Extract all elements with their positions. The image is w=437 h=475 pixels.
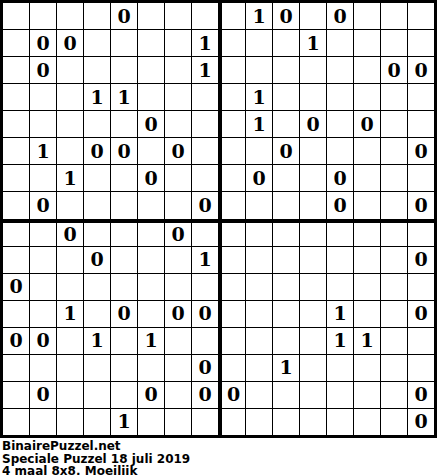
empty-cell-r2c5[interactable] — [138, 57, 164, 83]
empty-cell-r15c14[interactable] — [381, 409, 407, 435]
empty-cell-r7c4[interactable] — [111, 192, 137, 218]
given-cell-r2c1: 0 — [30, 57, 56, 83]
empty-cell-r6c3[interactable] — [84, 165, 110, 191]
empty-cell-r4c15[interactable] — [408, 111, 434, 137]
given-cell-r15c4: 1 — [111, 409, 137, 435]
given-cell-r11c15: 0 — [408, 301, 434, 327]
empty-cell-r10c1[interactable] — [30, 274, 56, 300]
empty-cell-r12c2[interactable] — [57, 328, 83, 354]
empty-cell-r12c11[interactable] — [300, 328, 326, 354]
empty-cell-r5c2[interactable] — [57, 138, 83, 164]
empty-cell-r11c11[interactable] — [300, 301, 326, 327]
empty-cell-r7c10[interactable] — [273, 192, 299, 218]
empty-cell-r2c10[interactable] — [273, 57, 299, 83]
empty-cell-r11c9[interactable] — [246, 301, 272, 327]
empty-cell-r7c5[interactable] — [138, 192, 164, 218]
empty-cell-r11c0[interactable] — [3, 301, 29, 327]
given-cell-r0c4: 0 — [111, 3, 137, 29]
empty-cell-r10c6[interactable] — [165, 274, 191, 300]
empty-cell-r9c13[interactable] — [354, 247, 380, 273]
empty-cell-r1c9[interactable] — [246, 30, 272, 56]
empty-cell-r0c3[interactable] — [84, 3, 110, 29]
empty-cell-r10c5[interactable] — [138, 274, 164, 300]
empty-cell-r2c2[interactable] — [57, 57, 83, 83]
empty-cell-r10c14[interactable] — [381, 274, 407, 300]
empty-cell-r12c15[interactable] — [408, 328, 434, 354]
empty-cell-r8c11[interactable] — [300, 220, 326, 246]
empty-cell-r4c7[interactable] — [192, 111, 218, 137]
empty-cell-r3c12[interactable] — [327, 84, 353, 110]
empty-cell-r12c9[interactable] — [246, 328, 272, 354]
puzzle-board: 0100001101001110100100000100000000001001… — [0, 0, 437, 438]
given-cell-r6c9: 0 — [246, 165, 272, 191]
empty-cell-r10c12[interactable] — [327, 274, 353, 300]
empty-cell-r5c13[interactable] — [354, 138, 380, 164]
empty-cell-r14c11[interactable] — [300, 382, 326, 408]
given-cell-r15c15: 0 — [408, 409, 434, 435]
empty-cell-r11c13[interactable] — [354, 301, 380, 327]
empty-cell-r2c11[interactable] — [300, 57, 326, 83]
given-cell-r1c2: 0 — [57, 30, 83, 56]
empty-cell-r1c14[interactable] — [381, 30, 407, 56]
empty-cell-r4c14[interactable] — [381, 111, 407, 137]
empty-cell-r0c11[interactable] — [300, 3, 326, 29]
empty-cell-r9c11[interactable] — [300, 247, 326, 273]
given-cell-r11c4: 0 — [111, 301, 137, 327]
empty-cell-r11c8[interactable] — [219, 301, 245, 327]
empty-cell-r5c12[interactable] — [327, 138, 353, 164]
empty-cell-r14c3[interactable] — [84, 382, 110, 408]
empty-cell-r11c3[interactable] — [84, 301, 110, 327]
empty-cell-r13c15[interactable] — [408, 355, 434, 381]
empty-cell-r13c11[interactable] — [300, 355, 326, 381]
given-cell-r2c14: 0 — [381, 57, 407, 83]
empty-cell-r6c7[interactable] — [192, 165, 218, 191]
empty-cell-r15c2[interactable] — [57, 409, 83, 435]
empty-cell-r13c1[interactable] — [30, 355, 56, 381]
empty-cell-r8c10[interactable] — [273, 220, 299, 246]
empty-cell-r9c8[interactable] — [219, 247, 245, 273]
empty-cell-r14c4[interactable] — [111, 382, 137, 408]
empty-cell-r0c15[interactable] — [408, 3, 434, 29]
empty-cell-r13c13[interactable] — [354, 355, 380, 381]
given-cell-r1c7: 1 — [192, 30, 218, 56]
empty-cell-r10c13[interactable] — [354, 274, 380, 300]
empty-cell-r3c15[interactable] — [408, 84, 434, 110]
given-cell-r9c3: 0 — [84, 247, 110, 273]
empty-cell-r9c4[interactable] — [111, 247, 137, 273]
given-cell-r11c2: 1 — [57, 301, 83, 327]
empty-cell-r6c1[interactable] — [30, 165, 56, 191]
empty-cell-r1c3[interactable] — [84, 30, 110, 56]
empty-cell-r6c15[interactable] — [408, 165, 434, 191]
given-cell-r13c7: 0 — [192, 355, 218, 381]
empty-cell-r9c10[interactable] — [273, 247, 299, 273]
empty-cell-r9c5[interactable] — [138, 247, 164, 273]
empty-cell-r3c2[interactable] — [57, 84, 83, 110]
empty-cell-r15c0[interactable] — [3, 409, 29, 435]
given-cell-r6c12: 0 — [327, 165, 353, 191]
given-cell-r12c13: 1 — [354, 328, 380, 354]
given-cell-r0c12: 0 — [327, 3, 353, 29]
site-name: BinairePuzzel.net — [2, 440, 437, 453]
given-cell-r11c6: 0 — [165, 301, 191, 327]
empty-cell-r1c5[interactable] — [138, 30, 164, 56]
empty-cell-r3c0[interactable] — [3, 84, 29, 110]
empty-cell-r14c0[interactable] — [3, 382, 29, 408]
given-cell-r5c10: 0 — [273, 138, 299, 164]
empty-cell-r13c8[interactable] — [219, 355, 245, 381]
empty-cell-r2c6[interactable] — [165, 57, 191, 83]
empty-cell-r15c12[interactable] — [327, 409, 353, 435]
given-cell-r8c2: 0 — [57, 220, 83, 246]
empty-cell-r14c9[interactable] — [246, 382, 272, 408]
empty-cell-r0c8[interactable] — [219, 3, 245, 29]
empty-cell-r13c5[interactable] — [138, 355, 164, 381]
given-cell-r5c4: 0 — [111, 138, 137, 164]
empty-cell-r12c6[interactable] — [165, 328, 191, 354]
given-cell-r10c0: 0 — [3, 274, 29, 300]
empty-cell-r10c8[interactable] — [219, 274, 245, 300]
empty-cell-r8c8[interactable] — [219, 220, 245, 246]
empty-cell-r0c13[interactable] — [354, 3, 380, 29]
given-cell-r9c7: 1 — [192, 247, 218, 273]
given-cell-r4c5: 0 — [138, 111, 164, 137]
empty-cell-r15c1[interactable] — [30, 409, 56, 435]
empty-cell-r6c14[interactable] — [381, 165, 407, 191]
empty-cell-r12c8[interactable] — [219, 328, 245, 354]
empty-cell-r1c15[interactable] — [408, 30, 434, 56]
footer: BinairePuzzel.net Speciale Puzzel 18 jul… — [2, 440, 437, 475]
empty-cell-r5c11[interactable] — [300, 138, 326, 164]
empty-cell-r7c14[interactable] — [381, 192, 407, 218]
empty-cell-r0c5[interactable] — [138, 3, 164, 29]
given-cell-r4c9: 1 — [246, 111, 272, 137]
empty-cell-r3c1[interactable] — [30, 84, 56, 110]
empty-cell-r6c4[interactable] — [111, 165, 137, 191]
empty-cell-r5c14[interactable] — [381, 138, 407, 164]
empty-cell-r9c12[interactable] — [327, 247, 353, 273]
empty-cell-r14c6[interactable] — [165, 382, 191, 408]
empty-cell-r10c7[interactable] — [192, 274, 218, 300]
empty-cell-r4c6[interactable] — [165, 111, 191, 137]
given-cell-r1c11: 1 — [300, 30, 326, 56]
empty-cell-r10c11[interactable] — [300, 274, 326, 300]
empty-cell-r6c6[interactable] — [165, 165, 191, 191]
given-cell-r5c1: 1 — [30, 138, 56, 164]
given-cell-r5c15: 0 — [408, 138, 434, 164]
given-cell-r9c15: 0 — [408, 247, 434, 273]
empty-cell-r4c8[interactable] — [219, 111, 245, 137]
given-cell-r14c1: 0 — [30, 382, 56, 408]
empty-cell-r2c9[interactable] — [246, 57, 272, 83]
given-cell-r14c7: 0 — [192, 382, 218, 408]
empty-cell-r5c5[interactable] — [138, 138, 164, 164]
empty-cell-r8c5[interactable] — [138, 220, 164, 246]
puzzle-spec: 4 maal 8x8, Moeilijk — [2, 465, 437, 475]
empty-cell-r0c1[interactable] — [30, 3, 56, 29]
empty-cell-r9c6[interactable] — [165, 247, 191, 273]
given-cell-r3c3: 1 — [84, 84, 110, 110]
empty-cell-r1c10[interactable] — [273, 30, 299, 56]
empty-cell-r2c13[interactable] — [354, 57, 380, 83]
empty-cell-r15c9[interactable] — [246, 409, 272, 435]
given-cell-r3c4: 1 — [111, 84, 137, 110]
empty-cell-r2c3[interactable] — [84, 57, 110, 83]
empty-cell-r5c8[interactable] — [219, 138, 245, 164]
empty-cell-r1c6[interactable] — [165, 30, 191, 56]
empty-cell-r4c4[interactable] — [111, 111, 137, 137]
empty-cell-r0c14[interactable] — [381, 3, 407, 29]
page: 0100001101001110100100000100000000001001… — [0, 0, 437, 475]
empty-cell-r2c0[interactable] — [3, 57, 29, 83]
given-cell-r5c3: 0 — [84, 138, 110, 164]
given-cell-r7c7: 0 — [192, 192, 218, 218]
empty-cell-r9c14[interactable] — [381, 247, 407, 273]
given-cell-r2c15: 0 — [408, 57, 434, 83]
empty-cell-r0c0[interactable] — [3, 3, 29, 29]
given-cell-r6c2: 1 — [57, 165, 83, 191]
empty-cell-r1c12[interactable] — [327, 30, 353, 56]
empty-cell-r12c10[interactable] — [273, 328, 299, 354]
empty-cell-r14c2[interactable] — [57, 382, 83, 408]
empty-cell-r13c12[interactable] — [327, 355, 353, 381]
empty-cell-r8c4[interactable] — [111, 220, 137, 246]
given-cell-r12c12: 1 — [327, 328, 353, 354]
empty-cell-r6c11[interactable] — [300, 165, 326, 191]
empty-cell-r3c13[interactable] — [354, 84, 380, 110]
empty-cell-r4c10[interactable] — [273, 111, 299, 137]
empty-cell-r7c13[interactable] — [354, 192, 380, 218]
empty-cell-r15c8[interactable] — [219, 409, 245, 435]
given-cell-r0c10: 0 — [273, 3, 299, 29]
empty-cell-r5c7[interactable] — [192, 138, 218, 164]
empty-cell-r10c10[interactable] — [273, 274, 299, 300]
empty-cell-r15c3[interactable] — [84, 409, 110, 435]
empty-cell-r3c11[interactable] — [300, 84, 326, 110]
empty-cell-r3c5[interactable] — [138, 84, 164, 110]
given-cell-r1c1: 0 — [30, 30, 56, 56]
empty-cell-r8c9[interactable] — [246, 220, 272, 246]
empty-cell-r10c9[interactable] — [246, 274, 272, 300]
empty-cell-r6c0[interactable] — [3, 165, 29, 191]
empty-cell-r13c2[interactable] — [57, 355, 83, 381]
empty-cell-r7c2[interactable] — [57, 192, 83, 218]
empty-cell-r14c10[interactable] — [273, 382, 299, 408]
empty-cell-r4c3[interactable] — [84, 111, 110, 137]
empty-cell-r8c12[interactable] — [327, 220, 353, 246]
empty-cell-r11c5[interactable] — [138, 301, 164, 327]
empty-cell-r2c4[interactable] — [111, 57, 137, 83]
empty-cell-r8c0[interactable] — [3, 220, 29, 246]
empty-cell-r8c15[interactable] — [408, 220, 434, 246]
empty-cell-r7c0[interactable] — [3, 192, 29, 218]
empty-cell-r15c13[interactable] — [354, 409, 380, 435]
empty-cell-r1c0[interactable] — [3, 30, 29, 56]
empty-cell-r8c3[interactable] — [84, 220, 110, 246]
given-cell-r4c13: 0 — [354, 111, 380, 137]
empty-cell-r12c7[interactable] — [192, 328, 218, 354]
empty-cell-r15c7[interactable] — [192, 409, 218, 435]
empty-cell-r1c8[interactable] — [219, 30, 245, 56]
given-cell-r7c12: 0 — [327, 192, 353, 218]
empty-cell-r15c6[interactable] — [165, 409, 191, 435]
empty-cell-r14c14[interactable] — [381, 382, 407, 408]
empty-cell-r15c5[interactable] — [138, 409, 164, 435]
empty-cell-r0c7[interactable] — [192, 3, 218, 29]
empty-cell-r5c9[interactable] — [246, 138, 272, 164]
given-cell-r12c0: 0 — [3, 328, 29, 354]
empty-cell-r3c10[interactable] — [273, 84, 299, 110]
empty-cell-r13c9[interactable] — [246, 355, 272, 381]
empty-cell-r12c4[interactable] — [111, 328, 137, 354]
empty-cell-r0c2[interactable] — [57, 3, 83, 29]
given-cell-r5c6: 0 — [165, 138, 191, 164]
empty-cell-r4c0[interactable] — [3, 111, 29, 137]
given-cell-r11c7: 0 — [192, 301, 218, 327]
given-cell-r7c15: 0 — [408, 192, 434, 218]
empty-cell-r2c8[interactable] — [219, 57, 245, 83]
empty-cell-r7c9[interactable] — [246, 192, 272, 218]
empty-cell-r8c7[interactable] — [192, 220, 218, 246]
empty-cell-r6c13[interactable] — [354, 165, 380, 191]
empty-cell-r13c6[interactable] — [165, 355, 191, 381]
empty-cell-r10c3[interactable] — [84, 274, 110, 300]
empty-cell-r7c11[interactable] — [300, 192, 326, 218]
empty-cell-r9c0[interactable] — [3, 247, 29, 273]
empty-cell-r2c12[interactable] — [327, 57, 353, 83]
empty-cell-r5c0[interactable] — [3, 138, 29, 164]
empty-cell-r13c14[interactable] — [381, 355, 407, 381]
empty-cell-r4c12[interactable] — [327, 111, 353, 137]
empty-cell-r4c1[interactable] — [30, 111, 56, 137]
empty-cell-r9c1[interactable] — [30, 247, 56, 273]
empty-cell-r15c10[interactable] — [273, 409, 299, 435]
empty-cell-r1c13[interactable] — [354, 30, 380, 56]
given-cell-r6c5: 0 — [138, 165, 164, 191]
empty-cell-r9c2[interactable] — [57, 247, 83, 273]
empty-cell-r13c4[interactable] — [111, 355, 137, 381]
given-cell-r7c1: 0 — [30, 192, 56, 218]
given-cell-r13c10: 1 — [273, 355, 299, 381]
empty-cell-r14c12[interactable] — [327, 382, 353, 408]
given-cell-r14c5: 0 — [138, 382, 164, 408]
empty-cell-r7c6[interactable] — [165, 192, 191, 218]
given-cell-r0c9: 1 — [246, 3, 272, 29]
given-cell-r12c1: 0 — [30, 328, 56, 354]
empty-cell-r0c6[interactable] — [165, 3, 191, 29]
empty-cell-r3c14[interactable] — [381, 84, 407, 110]
empty-cell-r6c8[interactable] — [219, 165, 245, 191]
empty-cell-r3c8[interactable] — [219, 84, 245, 110]
empty-cell-r10c15[interactable] — [408, 274, 434, 300]
empty-cell-r4c2[interactable] — [57, 111, 83, 137]
empty-cell-r13c3[interactable] — [84, 355, 110, 381]
given-cell-r14c15: 0 — [408, 382, 434, 408]
empty-cell-r11c1[interactable] — [30, 301, 56, 327]
empty-cell-r12c14[interactable] — [381, 328, 407, 354]
empty-cell-r11c10[interactable] — [273, 301, 299, 327]
empty-cell-r3c7[interactable] — [192, 84, 218, 110]
empty-cell-r15c11[interactable] — [300, 409, 326, 435]
given-cell-r8c6: 0 — [165, 220, 191, 246]
empty-cell-r9c9[interactable] — [246, 247, 272, 273]
empty-cell-r6c10[interactable] — [273, 165, 299, 191]
empty-cell-r13c0[interactable] — [3, 355, 29, 381]
given-cell-r2c7: 1 — [192, 57, 218, 83]
given-cell-r11c12: 1 — [327, 301, 353, 327]
empty-cell-r10c2[interactable] — [57, 274, 83, 300]
empty-cell-r14c13[interactable] — [354, 382, 380, 408]
empty-cell-r7c8[interactable] — [219, 192, 245, 218]
empty-cell-r3c6[interactable] — [165, 84, 191, 110]
empty-cell-r8c14[interactable] — [381, 220, 407, 246]
empty-cell-r8c13[interactable] — [354, 220, 380, 246]
empty-cell-r11c14[interactable] — [381, 301, 407, 327]
empty-cell-r10c4[interactable] — [111, 274, 137, 300]
given-cell-r3c9: 1 — [246, 84, 272, 110]
given-cell-r12c5: 1 — [138, 328, 164, 354]
given-cell-r14c8: 0 — [219, 382, 245, 408]
empty-cell-r7c3[interactable] — [84, 192, 110, 218]
empty-cell-r8c1[interactable] — [30, 220, 56, 246]
given-cell-r12c3: 1 — [84, 328, 110, 354]
empty-cell-r1c4[interactable] — [111, 30, 137, 56]
given-cell-r4c11: 0 — [300, 111, 326, 137]
